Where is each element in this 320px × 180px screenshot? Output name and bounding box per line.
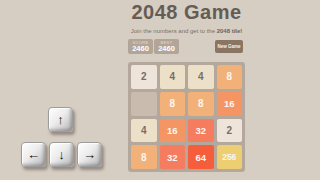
header: 2048 Game Join the numbers and get to th… <box>110 0 263 34</box>
best-box: BEST 2460 <box>154 39 179 54</box>
best-value: 2460 <box>158 45 175 53</box>
board: 2448881641632283264256 <box>128 62 245 172</box>
arrow-up-key[interactable]: ↑ <box>48 107 73 132</box>
tile-64: 64 <box>188 145 214 169</box>
arrow-right-key[interactable]: → <box>77 142 102 167</box>
tile-32: 32 <box>188 119 214 143</box>
arrow-down-icon: ↓ <box>58 148 65 161</box>
tile-4: 4 <box>188 65 214 89</box>
tile-4: 4 <box>160 65 186 89</box>
scoreboard: SCORE 2460 BEST 2460 <box>128 39 179 54</box>
tile-256: 256 <box>217 145 243 169</box>
page: 2048 Game Join the numbers and get to th… <box>0 0 320 180</box>
subtitle: Join the numbers and get to the 2048 til… <box>110 28 263 34</box>
tile-8: 8 <box>131 145 157 169</box>
tile-8: 8 <box>160 92 186 116</box>
subtitle-goal: 2048 tile! <box>217 28 243 34</box>
arrow-left-key[interactable]: ← <box>21 142 46 167</box>
page-title: 2048 Game <box>110 1 263 24</box>
tile-8: 8 <box>217 65 243 89</box>
subtitle-text: Join the numbers and get to the <box>131 28 217 34</box>
tile-4: 4 <box>131 119 157 143</box>
arrow-left-icon: ← <box>27 148 40 161</box>
tile-2: 2 <box>131 65 157 89</box>
tile-16: 16 <box>160 119 186 143</box>
arrow-right-icon: → <box>83 148 96 161</box>
arrow-down-key[interactable]: ↓ <box>49 142 74 167</box>
tile-2: 2 <box>217 119 243 143</box>
tile-32: 32 <box>160 145 186 169</box>
tile-8: 8 <box>188 92 214 116</box>
cell-empty <box>131 92 157 116</box>
tile-16: 16 <box>217 92 243 116</box>
score-value: 2460 <box>132 45 149 53</box>
score-box: SCORE 2460 <box>128 39 153 54</box>
new-game-button[interactable]: New Game <box>215 40 243 53</box>
arrow-up-icon: ↑ <box>57 113 64 126</box>
